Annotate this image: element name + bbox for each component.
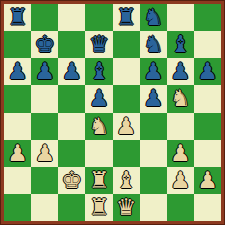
square-b1[interactable] — [31, 194, 58, 221]
square-a5[interactable] — [4, 85, 31, 112]
chess-board: ♜♜♞♚♛♞♝♟♟♟♝♟♟♟♟♟♞♞♟♟♟♟♚♜♝♟♟♜♛ — [4, 4, 221, 221]
square-d7[interactable]: ♛ — [85, 31, 112, 58]
square-e4[interactable]: ♟ — [113, 113, 140, 140]
square-h3[interactable] — [194, 140, 221, 167]
square-c7[interactable] — [58, 31, 85, 58]
piece-black-bishop-g7[interactable]: ♝ — [167, 31, 194, 58]
piece-white-pawn-g2[interactable]: ♟ — [167, 167, 194, 194]
square-d3[interactable] — [85, 140, 112, 167]
square-c1[interactable] — [58, 194, 85, 221]
square-d4[interactable]: ♞ — [85, 113, 112, 140]
piece-black-rook-a8[interactable]: ♜ — [4, 4, 31, 31]
square-b4[interactable] — [31, 113, 58, 140]
piece-white-king-c2[interactable]: ♚ — [58, 167, 85, 194]
square-b8[interactable] — [31, 4, 58, 31]
square-d8[interactable] — [85, 4, 112, 31]
chess-board-frame: ♜♜♞♚♛♞♝♟♟♟♝♟♟♟♟♟♞♞♟♟♟♟♚♜♝♟♟♜♛ — [0, 0, 225, 225]
piece-white-pawn-a3[interactable]: ♟ — [4, 140, 31, 167]
piece-black-pawn-c6[interactable]: ♟ — [58, 58, 85, 85]
square-g8[interactable] — [167, 4, 194, 31]
square-c8[interactable] — [58, 4, 85, 31]
piece-black-knight-f7[interactable]: ♞ — [140, 31, 167, 58]
square-b6[interactable]: ♟ — [31, 58, 58, 85]
piece-white-rook-d1[interactable]: ♜ — [85, 194, 112, 221]
square-b5[interactable] — [31, 85, 58, 112]
square-b2[interactable] — [31, 167, 58, 194]
square-g2[interactable]: ♟ — [167, 167, 194, 194]
square-a1[interactable] — [4, 194, 31, 221]
square-e7[interactable] — [113, 31, 140, 58]
square-g3[interactable]: ♟ — [167, 140, 194, 167]
square-f1[interactable] — [140, 194, 167, 221]
square-c6[interactable]: ♟ — [58, 58, 85, 85]
square-d5[interactable]: ♟ — [85, 85, 112, 112]
piece-black-rook-e8[interactable]: ♜ — [113, 4, 140, 31]
square-d1[interactable]: ♜ — [85, 194, 112, 221]
piece-black-pawn-f6[interactable]: ♟ — [140, 58, 167, 85]
square-c5[interactable] — [58, 85, 85, 112]
square-a8[interactable]: ♜ — [4, 4, 31, 31]
piece-white-pawn-g3[interactable]: ♟ — [167, 140, 194, 167]
piece-white-pawn-h2[interactable]: ♟ — [194, 167, 221, 194]
square-e6[interactable] — [113, 58, 140, 85]
square-g1[interactable] — [167, 194, 194, 221]
square-a3[interactable]: ♟ — [4, 140, 31, 167]
square-f6[interactable]: ♟ — [140, 58, 167, 85]
square-b3[interactable]: ♟ — [31, 140, 58, 167]
square-f5[interactable]: ♟ — [140, 85, 167, 112]
piece-white-bishop-e2[interactable]: ♝ — [113, 167, 140, 194]
square-f8[interactable]: ♞ — [140, 4, 167, 31]
piece-black-pawn-g6[interactable]: ♟ — [167, 58, 194, 85]
piece-white-rook-d2[interactable]: ♜ — [85, 167, 112, 194]
square-g4[interactable] — [167, 113, 194, 140]
square-e1[interactable]: ♛ — [113, 194, 140, 221]
square-e8[interactable]: ♜ — [113, 4, 140, 31]
square-c4[interactable] — [58, 113, 85, 140]
square-g6[interactable]: ♟ — [167, 58, 194, 85]
piece-white-knight-g5[interactable]: ♞ — [167, 85, 194, 112]
square-f7[interactable]: ♞ — [140, 31, 167, 58]
square-a6[interactable]: ♟ — [4, 58, 31, 85]
square-f4[interactable] — [140, 113, 167, 140]
square-e2[interactable]: ♝ — [113, 167, 140, 194]
square-b7[interactable]: ♚ — [31, 31, 58, 58]
piece-black-pawn-a6[interactable]: ♟ — [4, 58, 31, 85]
piece-black-pawn-f5[interactable]: ♟ — [140, 85, 167, 112]
piece-white-knight-d4[interactable]: ♞ — [85, 113, 112, 140]
piece-black-pawn-d5[interactable]: ♟ — [85, 85, 112, 112]
square-e5[interactable] — [113, 85, 140, 112]
square-a4[interactable] — [4, 113, 31, 140]
square-h7[interactable] — [194, 31, 221, 58]
square-h4[interactable] — [194, 113, 221, 140]
square-d2[interactable]: ♜ — [85, 167, 112, 194]
piece-black-pawn-b6[interactable]: ♟ — [31, 58, 58, 85]
square-e3[interactable] — [113, 140, 140, 167]
square-g5[interactable]: ♞ — [167, 85, 194, 112]
square-g7[interactable]: ♝ — [167, 31, 194, 58]
piece-black-pawn-h6[interactable]: ♟ — [194, 58, 221, 85]
square-h6[interactable]: ♟ — [194, 58, 221, 85]
square-a2[interactable] — [4, 167, 31, 194]
square-h1[interactable] — [194, 194, 221, 221]
square-h2[interactable]: ♟ — [194, 167, 221, 194]
piece-black-bishop-d6[interactable]: ♝ — [85, 58, 112, 85]
square-h5[interactable] — [194, 85, 221, 112]
piece-white-queen-e1[interactable]: ♛ — [113, 194, 140, 221]
square-f2[interactable] — [140, 167, 167, 194]
piece-black-king-b7[interactable]: ♚ — [31, 31, 58, 58]
square-c3[interactable] — [58, 140, 85, 167]
piece-white-pawn-b3[interactable]: ♟ — [31, 140, 58, 167]
piece-black-knight-f8[interactable]: ♞ — [140, 4, 167, 31]
square-c2[interactable]: ♚ — [58, 167, 85, 194]
piece-white-pawn-e4[interactable]: ♟ — [113, 113, 140, 140]
piece-black-queen-d7[interactable]: ♛ — [85, 31, 112, 58]
square-h8[interactable] — [194, 4, 221, 31]
square-f3[interactable] — [140, 140, 167, 167]
square-d6[interactable]: ♝ — [85, 58, 112, 85]
square-a7[interactable] — [4, 31, 31, 58]
